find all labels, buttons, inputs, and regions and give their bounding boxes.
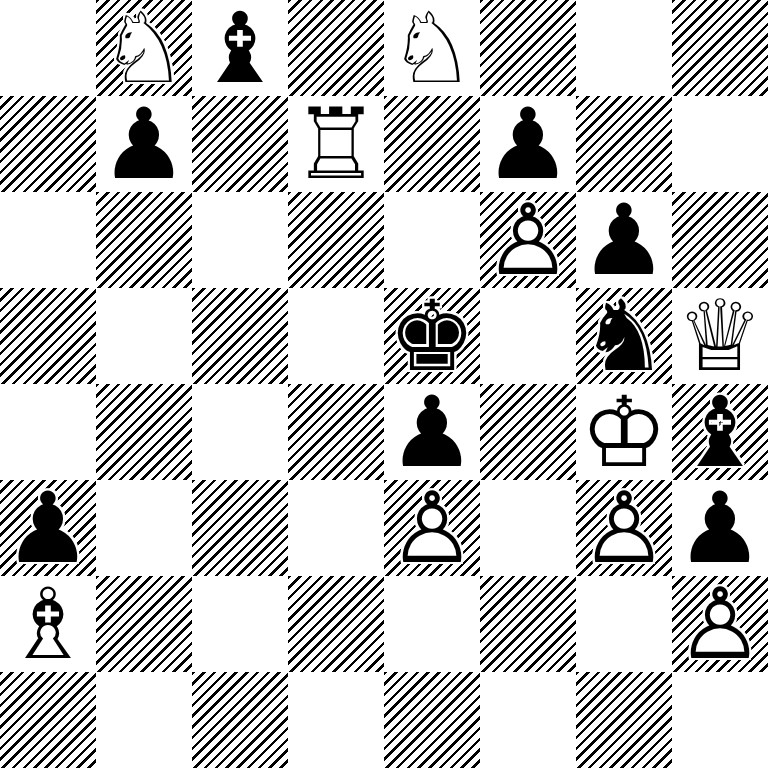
square-h5[interactable]: ♛♕ xyxy=(672,288,768,384)
square-c2[interactable] xyxy=(192,576,288,672)
white-rook-icon: ♖ xyxy=(288,96,384,192)
square-d7[interactable]: ♜♖ xyxy=(288,96,384,192)
square-b1[interactable] xyxy=(96,672,192,768)
square-h8[interactable] xyxy=(672,0,768,96)
white-pawn-h2[interactable]: ♟♙ xyxy=(672,576,768,672)
square-c4[interactable] xyxy=(192,384,288,480)
square-c1[interactable] xyxy=(192,672,288,768)
square-d3[interactable] xyxy=(288,480,384,576)
white-knight-e8[interactable]: ♞♘ xyxy=(384,0,480,96)
black-pawn-icon: ♟ xyxy=(0,480,96,576)
square-b4[interactable] xyxy=(96,384,192,480)
square-g4[interactable]: ♚♔ xyxy=(576,384,672,480)
square-e2[interactable] xyxy=(384,576,480,672)
square-a8[interactable] xyxy=(0,0,96,96)
square-e7[interactable] xyxy=(384,96,480,192)
square-c8[interactable]: ♝♝ xyxy=(192,0,288,96)
black-king-icon: ♚ xyxy=(384,288,480,384)
square-d6[interactable] xyxy=(288,192,384,288)
square-f4[interactable] xyxy=(480,384,576,480)
black-bishop-c8[interactable]: ♝♝ xyxy=(192,0,288,96)
square-a5[interactable] xyxy=(0,288,96,384)
white-bishop-a2[interactable]: ♝♗ xyxy=(0,576,96,672)
square-d4[interactable] xyxy=(288,384,384,480)
square-c7[interactable] xyxy=(192,96,288,192)
square-f3[interactable] xyxy=(480,480,576,576)
black-king-e5[interactable]: ♚♚ xyxy=(384,288,480,384)
black-pawn-icon: ♟ xyxy=(576,192,672,288)
square-f7[interactable]: ♟♟ xyxy=(480,96,576,192)
square-f5[interactable] xyxy=(480,288,576,384)
white-pawn-g3[interactable]: ♟♙ xyxy=(576,480,672,576)
white-queen-icon: ♕ xyxy=(672,288,768,384)
white-king-g4[interactable]: ♚♔ xyxy=(576,384,672,480)
white-king-icon: ♔ xyxy=(576,384,672,480)
square-g3[interactable]: ♟♙ xyxy=(576,480,672,576)
black-pawn-icon: ♟ xyxy=(672,480,768,576)
square-h7[interactable] xyxy=(672,96,768,192)
white-pawn-icon: ♙ xyxy=(672,576,768,672)
square-b5[interactable] xyxy=(96,288,192,384)
black-bishop-h4[interactable]: ♝♝ xyxy=(672,384,768,480)
square-b3[interactable] xyxy=(96,480,192,576)
black-knight-g5[interactable]: ♞♞ xyxy=(576,288,672,384)
square-g1[interactable] xyxy=(576,672,672,768)
square-a1[interactable] xyxy=(0,672,96,768)
square-d2[interactable] xyxy=(288,576,384,672)
black-pawn-g6[interactable]: ♟♟ xyxy=(576,192,672,288)
square-d5[interactable] xyxy=(288,288,384,384)
white-knight-b8[interactable]: ♞♘ xyxy=(96,0,192,96)
white-knight-icon: ♘ xyxy=(96,0,192,96)
square-c3[interactable] xyxy=(192,480,288,576)
square-g5[interactable]: ♞♞ xyxy=(576,288,672,384)
black-pawn-b7[interactable]: ♟♟ xyxy=(96,96,192,192)
square-h1[interactable] xyxy=(672,672,768,768)
white-pawn-icon: ♙ xyxy=(384,480,480,576)
square-a3[interactable]: ♟♟ xyxy=(0,480,96,576)
square-e1[interactable] xyxy=(384,672,480,768)
square-e5[interactable]: ♚♚ xyxy=(384,288,480,384)
square-d1[interactable] xyxy=(288,672,384,768)
black-pawn-f7[interactable]: ♟♟ xyxy=(480,96,576,192)
square-h6[interactable] xyxy=(672,192,768,288)
black-knight-icon: ♞ xyxy=(576,288,672,384)
square-g7[interactable] xyxy=(576,96,672,192)
square-b2[interactable] xyxy=(96,576,192,672)
square-a6[interactable] xyxy=(0,192,96,288)
white-pawn-icon: ♙ xyxy=(480,192,576,288)
white-queen-h5[interactable]: ♛♕ xyxy=(672,288,768,384)
square-b7[interactable]: ♟♟ xyxy=(96,96,192,192)
black-pawn-e4[interactable]: ♟♟ xyxy=(384,384,480,480)
black-bishop-icon: ♝ xyxy=(192,0,288,96)
square-g6[interactable]: ♟♟ xyxy=(576,192,672,288)
square-a2[interactable]: ♝♗ xyxy=(0,576,96,672)
square-e3[interactable]: ♟♙ xyxy=(384,480,480,576)
square-f6[interactable]: ♟♙ xyxy=(480,192,576,288)
square-b8[interactable]: ♞♘ xyxy=(96,0,192,96)
white-pawn-icon: ♙ xyxy=(576,480,672,576)
square-e6[interactable] xyxy=(384,192,480,288)
white-pawn-f6[interactable]: ♟♙ xyxy=(480,192,576,288)
chess-board: ♞♘♝♝♞♘♟♟♜♖♟♟♟♙♟♟♚♚♞♞♛♕♟♟♚♔♝♝♟♟♟♙♟♙♟♟♝♗♟♙ xyxy=(0,0,768,768)
white-knight-icon: ♘ xyxy=(384,0,480,96)
square-g2[interactable] xyxy=(576,576,672,672)
black-bishop-icon: ♝ xyxy=(672,384,768,480)
square-d8[interactable] xyxy=(288,0,384,96)
square-f8[interactable] xyxy=(480,0,576,96)
square-c6[interactable] xyxy=(192,192,288,288)
square-f1[interactable] xyxy=(480,672,576,768)
black-pawn-h3[interactable]: ♟♟ xyxy=(672,480,768,576)
square-c5[interactable] xyxy=(192,288,288,384)
square-h3[interactable]: ♟♟ xyxy=(672,480,768,576)
square-e8[interactable]: ♞♘ xyxy=(384,0,480,96)
square-e4[interactable]: ♟♟ xyxy=(384,384,480,480)
black-pawn-icon: ♟ xyxy=(480,96,576,192)
black-pawn-a3[interactable]: ♟♟ xyxy=(0,480,96,576)
square-b6[interactable] xyxy=(96,192,192,288)
white-pawn-e3[interactable]: ♟♙ xyxy=(384,480,480,576)
square-a7[interactable] xyxy=(0,96,96,192)
black-pawn-icon: ♟ xyxy=(384,384,480,480)
square-h2[interactable]: ♟♙ xyxy=(672,576,768,672)
white-rook-d7[interactable]: ♜♖ xyxy=(288,96,384,192)
white-bishop-icon: ♗ xyxy=(0,576,96,672)
black-pawn-icon: ♟ xyxy=(96,96,192,192)
square-a4[interactable] xyxy=(0,384,96,480)
square-g8[interactable] xyxy=(576,0,672,96)
square-h4[interactable]: ♝♝ xyxy=(672,384,768,480)
square-f2[interactable] xyxy=(480,576,576,672)
